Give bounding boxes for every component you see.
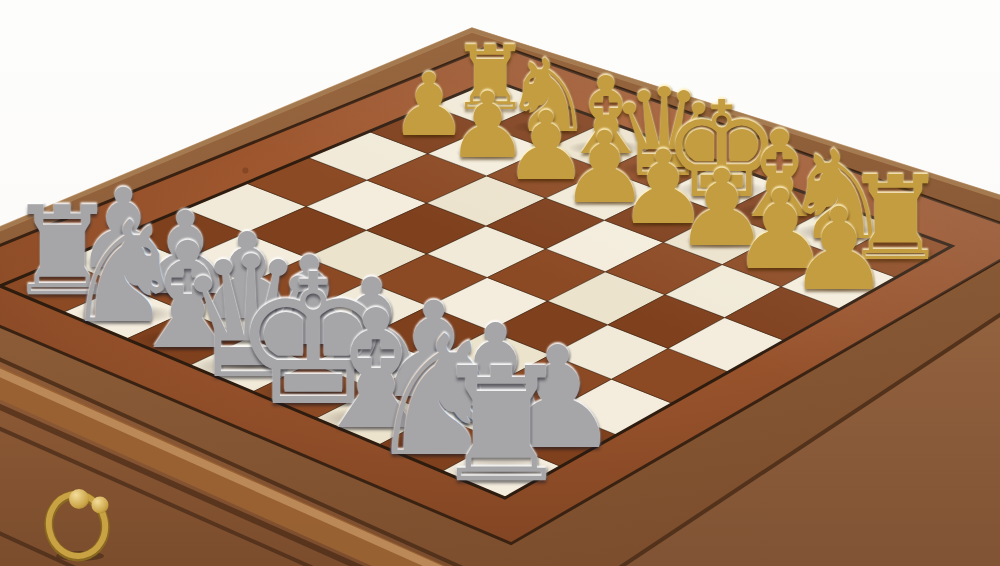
chess-board — [0, 0, 1000, 566]
ring-pull-knob — [69, 489, 89, 509]
chess-set-photo: ♜♞♝♛♚♝♞♜♟♟♟♟♟♟♟♟♟♟♟♟♟♟♟♟♜♞♝♛♚♝♞♜ — [0, 0, 1000, 566]
ring-pull-knob-2 — [92, 497, 109, 514]
